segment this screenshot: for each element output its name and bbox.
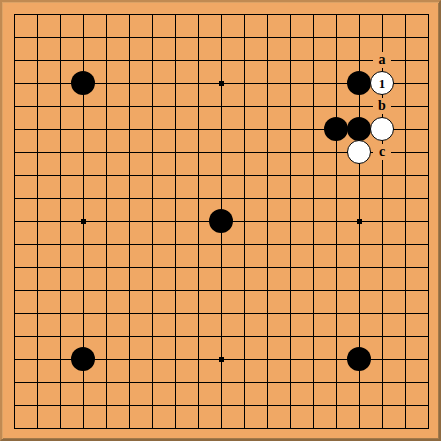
black-stone xyxy=(347,71,371,95)
black-stone xyxy=(71,347,95,371)
white-stone xyxy=(347,140,371,164)
go-board: abc1 xyxy=(0,0,441,441)
point-label-a: a xyxy=(373,52,391,68)
move-number: 1 xyxy=(379,77,386,90)
white-stone xyxy=(370,117,394,141)
black-stone xyxy=(324,117,348,141)
star-point xyxy=(219,81,224,86)
black-stone xyxy=(209,209,233,233)
white-stone: 1 xyxy=(370,71,394,95)
black-stone xyxy=(347,117,371,141)
point-label-b: b xyxy=(373,98,391,114)
star-point xyxy=(81,219,86,224)
point-label-c: c xyxy=(373,144,391,160)
black-stone xyxy=(71,71,95,95)
star-point xyxy=(219,357,224,362)
star-point xyxy=(357,219,362,224)
black-stone xyxy=(347,347,371,371)
board-pieces-layer: abc1 xyxy=(2,2,439,439)
